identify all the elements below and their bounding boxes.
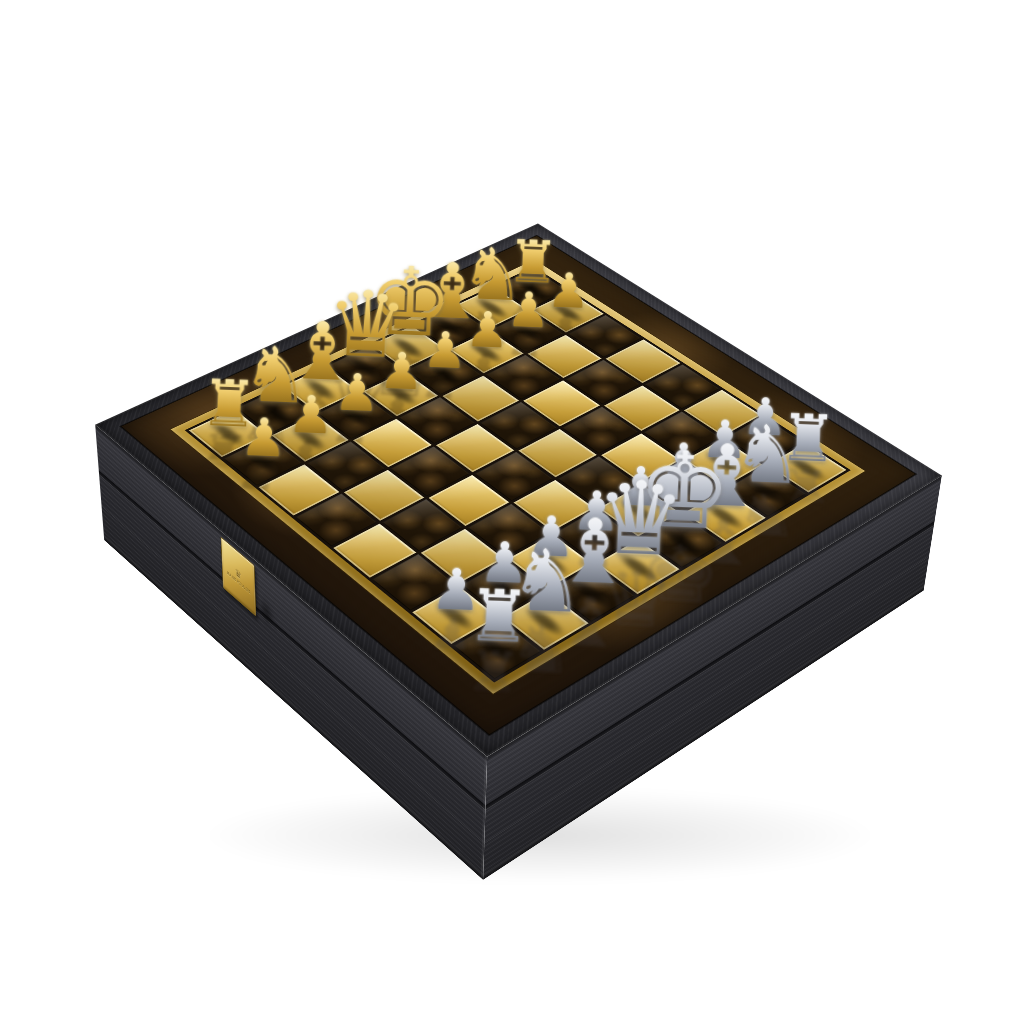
board-square <box>390 446 469 496</box>
board-square <box>259 465 339 516</box>
board-square <box>295 494 377 546</box>
chess-set-product-photo: ♜♟♟♜♞♟♟♞♝♟♟♝♚♟♟♚♛♟♟♛♝♟♟♝♞♟♟♞♜♟♟♜ ♛ MANOP… <box>0 0 1024 1024</box>
latch-shadow <box>258 593 275 633</box>
board-square <box>343 470 424 521</box>
